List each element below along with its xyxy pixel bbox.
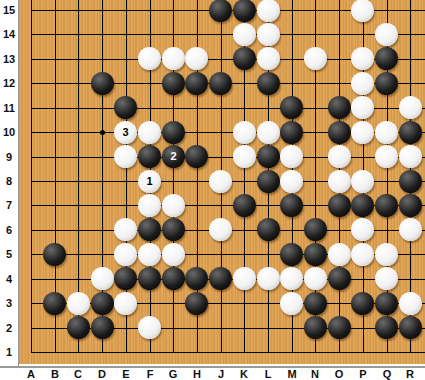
white-stone-Q4[interactable] (375, 267, 398, 290)
row-label-6: 6 (0, 224, 18, 236)
black-stone-M7[interactable] (280, 194, 303, 217)
row-label-2: 2 (0, 322, 18, 334)
white-stone-L10[interactable] (257, 121, 280, 144)
row-label-5: 5 (0, 248, 18, 260)
black-stone-N2[interactable] (304, 316, 327, 339)
white-stone-M8[interactable] (280, 170, 303, 193)
black-stone-F9[interactable] (138, 145, 161, 168)
column-label-F: F (140, 368, 160, 380)
white-stone-F7[interactable] (138, 194, 161, 217)
white-stone-F10[interactable] (138, 121, 161, 144)
column-label-H: H (187, 368, 207, 380)
column-label-D: D (92, 368, 112, 380)
white-stone-H13[interactable] (185, 47, 208, 70)
white-stone-L13[interactable] (257, 47, 280, 70)
white-stone-C3[interactable] (67, 292, 90, 315)
white-stone-N4[interactable] (304, 267, 327, 290)
black-stone-L9[interactable] (257, 145, 280, 168)
black-stone-H4[interactable] (185, 267, 208, 290)
black-stone-G12[interactable] (162, 72, 185, 95)
white-stone-L14[interactable] (257, 23, 280, 46)
black-stone-Q3[interactable] (375, 292, 398, 315)
black-stone-C2[interactable] (67, 316, 90, 339)
white-stone-N13[interactable] (304, 47, 327, 70)
black-stone-R10[interactable] (399, 121, 422, 144)
black-stone-R8[interactable] (399, 170, 422, 193)
white-stone-K9[interactable] (233, 145, 256, 168)
white-stone-P15[interactable] (351, 0, 374, 22)
column-label-A: A (21, 368, 41, 380)
column-label-B: B (45, 368, 65, 380)
row-label-1: 1 (0, 346, 18, 358)
white-stone-L15[interactable] (257, 0, 280, 22)
black-stone-E4[interactable] (114, 267, 137, 290)
row-label-9: 9 (0, 151, 18, 163)
white-stone-M3[interactable] (280, 292, 303, 315)
column-label-L: L (258, 368, 278, 380)
row-label-7: 7 (0, 199, 18, 211)
white-stone-F13[interactable] (138, 47, 161, 70)
black-stone-F4[interactable] (138, 267, 161, 290)
black-stone-N3[interactable] (304, 292, 327, 315)
white-stone-F2[interactable] (138, 316, 161, 339)
black-stone-H12[interactable] (185, 72, 208, 95)
white-stone-R9[interactable] (399, 145, 422, 168)
black-stone-B5[interactable] (43, 243, 66, 266)
white-stone-J8[interactable] (209, 170, 232, 193)
white-stone-P13[interactable] (351, 47, 374, 70)
column-label-O: O (329, 368, 349, 380)
go-board-screenshot: 321151413121110987654321ABCDEFGHJKLMNOPQ… (0, 0, 425, 380)
black-stone-M5[interactable] (280, 243, 303, 266)
row-label-8: 8 (0, 175, 18, 187)
row-label-15: 15 (0, 4, 18, 16)
black-stone-L12[interactable] (257, 72, 280, 95)
white-stone-G13[interactable] (162, 47, 185, 70)
white-stone-M4[interactable] (280, 267, 303, 290)
column-label-Q: Q (377, 368, 397, 380)
column-label-M: M (282, 368, 302, 380)
row-label-14: 14 (0, 28, 18, 40)
black-stone-Q7[interactable] (375, 194, 398, 217)
white-stone-E9[interactable] (114, 145, 137, 168)
black-stone-G6[interactable] (162, 218, 185, 241)
white-stone-O9[interactable] (328, 145, 351, 168)
black-stone-G9-move-2[interactable]: 2 (162, 145, 185, 168)
white-stone-Q14[interactable] (375, 23, 398, 46)
column-label-E: E (116, 368, 136, 380)
black-stone-N5[interactable] (304, 243, 327, 266)
white-stone-O5[interactable] (328, 243, 351, 266)
white-stone-Q10[interactable] (375, 121, 398, 144)
row-label-3: 3 (0, 297, 18, 309)
black-stone-J4[interactable] (209, 267, 232, 290)
black-stone-Q12[interactable] (375, 72, 398, 95)
column-label-R: R (400, 368, 420, 380)
white-stone-O8[interactable] (328, 170, 351, 193)
black-stone-M11[interactable] (280, 96, 303, 119)
row-label-11: 11 (0, 102, 18, 114)
black-stone-D12[interactable] (91, 72, 114, 95)
white-stone-P11[interactable] (351, 96, 374, 119)
column-label-G: G (163, 368, 183, 380)
white-stone-E5[interactable] (114, 243, 137, 266)
white-stone-L4[interactable] (257, 267, 280, 290)
black-stone-O4[interactable] (328, 267, 351, 290)
black-stone-G10[interactable] (162, 121, 185, 144)
white-stone-G7[interactable] (162, 194, 185, 217)
black-stone-G4[interactable] (162, 267, 185, 290)
column-label-P: P (353, 368, 373, 380)
white-stone-F8-move-1[interactable]: 1 (138, 170, 161, 193)
white-stone-P8[interactable] (351, 170, 374, 193)
grid-line-col-A (31, 0, 32, 353)
black-stone-J12[interactable] (209, 72, 232, 95)
black-stone-L8[interactable] (257, 170, 280, 193)
white-stone-P12[interactable] (351, 72, 374, 95)
black-stone-K15[interactable] (233, 0, 256, 22)
row-label-4: 4 (0, 273, 18, 285)
black-stone-O7[interactable] (328, 194, 351, 217)
black-stone-J15[interactable] (209, 0, 232, 22)
white-stone-R11[interactable] (399, 96, 422, 119)
black-stone-K13[interactable] (233, 47, 256, 70)
black-stone-O2[interactable] (328, 316, 351, 339)
black-stone-K7[interactable] (233, 194, 256, 217)
white-stone-K14[interactable] (233, 23, 256, 46)
black-stone-R7[interactable] (399, 194, 422, 217)
white-stone-D4[interactable] (91, 267, 114, 290)
black-stone-Q13[interactable] (375, 47, 398, 70)
column-label-C: C (68, 368, 88, 380)
white-stone-Q9[interactable] (375, 145, 398, 168)
black-stone-O11[interactable] (328, 96, 351, 119)
white-stone-J6[interactable] (209, 218, 232, 241)
black-stone-H3[interactable] (185, 292, 208, 315)
column-label-N: N (305, 368, 325, 380)
white-stone-R3[interactable] (399, 292, 422, 315)
white-stone-G5[interactable] (162, 243, 185, 266)
grid-line-row-14 (31, 34, 425, 35)
column-label-K: K (234, 368, 254, 380)
black-stone-R2[interactable] (399, 316, 422, 339)
grid-line-row-1 (31, 352, 425, 353)
black-stone-P7[interactable] (351, 194, 374, 217)
white-stone-R6[interactable] (399, 218, 422, 241)
grid-line-row-9 (31, 157, 425, 158)
row-label-13: 13 (0, 53, 18, 65)
black-stone-H9[interactable] (185, 145, 208, 168)
white-stone-K10[interactable] (233, 121, 256, 144)
white-stone-Q5[interactable] (375, 243, 398, 266)
white-stone-M9[interactable] (280, 145, 303, 168)
white-stone-P10[interactable] (351, 121, 374, 144)
white-stone-E3[interactable] (114, 292, 137, 315)
black-stone-O10[interactable] (328, 121, 351, 144)
black-stone-D2[interactable] (91, 316, 114, 339)
row-label-10: 10 (0, 126, 18, 138)
white-stone-E6[interactable] (114, 218, 137, 241)
black-stone-P3[interactable] (351, 292, 374, 315)
white-stone-K4[interactable] (233, 267, 256, 290)
black-stone-D3[interactable] (91, 292, 114, 315)
black-stone-B3[interactable] (43, 292, 66, 315)
star-point-D10 (100, 130, 105, 135)
column-label-J: J (211, 368, 231, 380)
black-stone-E11[interactable] (114, 96, 137, 119)
black-stone-F6[interactable] (138, 218, 161, 241)
white-stone-P5[interactable] (351, 243, 374, 266)
black-stone-Q2[interactable] (375, 316, 398, 339)
row-label-12: 12 (0, 77, 18, 89)
black-stone-M10[interactable] (280, 121, 303, 144)
black-stone-L6[interactable] (257, 218, 280, 241)
black-stone-N6[interactable] (304, 218, 327, 241)
white-stone-P6[interactable] (351, 218, 374, 241)
white-stone-E10-move-3[interactable]: 3 (114, 121, 137, 144)
white-stone-F5[interactable] (138, 243, 161, 266)
